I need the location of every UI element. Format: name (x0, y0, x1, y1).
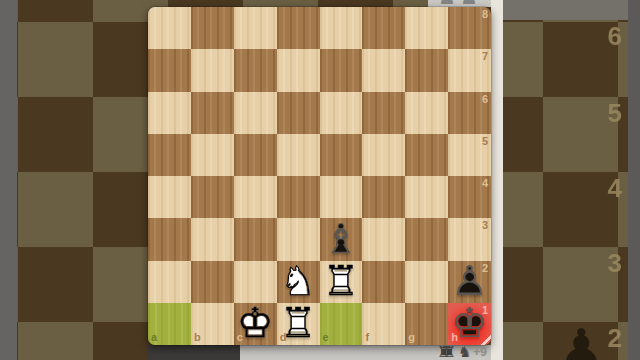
square-e1[interactable]: e (320, 303, 363, 345)
background-rank-label-6: 6 (562, 23, 622, 49)
square-a3[interactable] (148, 218, 191, 260)
square-f3[interactable] (362, 218, 405, 260)
material-advantage: +9 (473, 345, 487, 360)
square-d2[interactable]: ♞♘ (277, 261, 320, 303)
file-label-c: c (237, 332, 243, 343)
square-e7[interactable] (320, 49, 363, 91)
background-rank-label-3: 3 (562, 250, 622, 276)
rank-label-7: 7 (482, 51, 488, 62)
square-f4[interactable] (362, 176, 405, 218)
square-h6[interactable]: 6 (448, 92, 491, 134)
app-window: 65432 ♟ ♟♟ 87654♝♗3♞♘♜♖2♟♙abc♚♔d♜♖efgh1♚… (0, 0, 640, 360)
square-d8[interactable] (277, 7, 320, 49)
square-c5[interactable] (234, 134, 277, 176)
square-c6[interactable] (234, 92, 277, 134)
black-bishop-outline: ♗ (320, 218, 363, 260)
square-g6[interactable] (405, 92, 448, 134)
square-b6[interactable] (191, 92, 234, 134)
square-a6[interactable] (148, 92, 191, 134)
rank-label-2: 2 (482, 263, 488, 274)
square-a5[interactable] (148, 134, 191, 176)
square-a4[interactable] (148, 176, 191, 218)
square-f7[interactable] (362, 49, 405, 91)
background-cream-strip (491, 0, 503, 360)
black-bishop[interactable]: ♝♗ (320, 218, 363, 260)
square-f6[interactable] (362, 92, 405, 134)
square-g5[interactable] (405, 134, 448, 176)
background-rank-label-5: 5 (562, 100, 622, 126)
square-h8[interactable]: 8 (448, 7, 491, 49)
file-label-a: a (151, 332, 157, 343)
square-e5[interactable] (320, 134, 363, 176)
chess-board[interactable]: 87654♝♗3♞♘♜♖2♟♙abc♚♔d♜♖efgh1♚♔ (148, 7, 491, 345)
square-c7[interactable] (234, 49, 277, 91)
square-f2[interactable] (362, 261, 405, 303)
square-h4[interactable]: 4 (448, 176, 491, 218)
square-d4[interactable] (277, 176, 320, 218)
square-a7[interactable] (148, 49, 191, 91)
square-e3[interactable]: ♝♗ (320, 218, 363, 260)
square-d3[interactable] (277, 218, 320, 260)
black-captured-tray: ♟♟ (438, 0, 478, 7)
rank-label-6: 6 (482, 94, 488, 105)
background-left-strip (0, 0, 17, 360)
white-knight[interactable]: ♞♘ (277, 261, 320, 303)
square-b7[interactable] (191, 49, 234, 91)
square-g4[interactable] (405, 176, 448, 218)
square-b3[interactable] (191, 218, 234, 260)
square-a2[interactable] (148, 261, 191, 303)
background-right-strip (628, 0, 640, 360)
square-c1[interactable]: c♚♔ (234, 303, 277, 345)
square-f8[interactable] (362, 7, 405, 49)
square-e6[interactable] (320, 92, 363, 134)
square-b8[interactable] (191, 7, 234, 49)
square-d6[interactable] (277, 92, 320, 134)
white-knight-outline: ♘ (277, 261, 320, 303)
white-rook-outline: ♖ (320, 261, 363, 303)
square-d1[interactable]: d♜♖ (277, 303, 320, 345)
square-b4[interactable] (191, 176, 234, 218)
square-b5[interactable] (191, 134, 234, 176)
square-b2[interactable] (191, 261, 234, 303)
square-d7[interactable] (277, 49, 320, 91)
file-label-e: e (323, 332, 329, 343)
file-label-h: h (451, 332, 458, 343)
square-a8[interactable] (148, 7, 191, 49)
white-captured-tray: ♜♜♞+9 (437, 345, 487, 360)
file-label-f: f (365, 332, 369, 343)
square-b1[interactable]: b (191, 303, 234, 345)
background-bottom-dark-block (148, 345, 240, 360)
square-h1[interactable]: h1♚♔ (448, 303, 491, 345)
square-g3[interactable] (405, 218, 448, 260)
square-e8[interactable] (320, 7, 363, 49)
background-pawn-silhouette: ♟ (558, 322, 605, 360)
captured-knight-icon: ♞ (458, 345, 471, 360)
square-e4[interactable] (320, 176, 363, 218)
square-c3[interactable] (234, 218, 277, 260)
rank-label-1: 1 (482, 305, 488, 316)
rank-label-3: 3 (482, 220, 488, 231)
background-top-right-block (503, 0, 628, 20)
rank-label-8: 8 (482, 9, 488, 20)
square-f5[interactable] (362, 134, 405, 176)
rank-label-4: 4 (482, 178, 488, 189)
square-f1[interactable]: f (362, 303, 405, 345)
file-label-b: b (194, 332, 201, 343)
captured-rook-icon: ♜ (442, 345, 455, 360)
square-d5[interactable] (277, 134, 320, 176)
square-c8[interactable] (234, 7, 277, 49)
square-c4[interactable] (234, 176, 277, 218)
square-g8[interactable] (405, 7, 448, 49)
square-c2[interactable] (234, 261, 277, 303)
captured-pawn-icon: ♟ (438, 0, 456, 7)
square-h2[interactable]: 2♟♙ (448, 261, 491, 303)
square-h3[interactable]: 3 (448, 218, 491, 260)
rank-label-5: 5 (482, 136, 488, 147)
background-rank-label-4: 4 (562, 175, 622, 201)
square-g7[interactable] (405, 49, 448, 91)
captured-pawn-icon: ♟ (460, 0, 478, 7)
square-a1[interactable]: a (148, 303, 191, 345)
file-label-d: d (280, 332, 287, 343)
square-e2[interactable]: ♜♖ (320, 261, 363, 303)
square-g1[interactable]: g (405, 303, 448, 345)
square-g2[interactable] (405, 261, 448, 303)
file-label-g: g (408, 332, 415, 343)
square-h7[interactable]: 7 (448, 49, 491, 91)
white-rook[interactable]: ♜♖ (320, 261, 363, 303)
square-h5[interactable]: 5 (448, 134, 491, 176)
